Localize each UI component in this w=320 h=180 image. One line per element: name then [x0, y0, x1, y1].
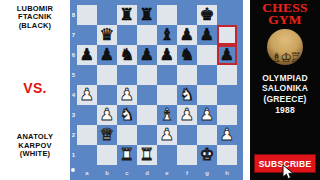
square-g3[interactable]: ♟: [197, 105, 217, 125]
piece-black-pawn: ♟: [200, 25, 215, 45]
event-line2: SALONIKA: [262, 83, 308, 94]
rank-label-7: 7: [70, 25, 77, 45]
square-b4[interactable]: [97, 85, 117, 105]
file-label-g: g: [197, 165, 217, 180]
channel-panel: CHESS GYM ♗♔♖ OLYMPIAD SALONIKA (GREECE)…: [250, 0, 320, 180]
file-label-b: b: [97, 165, 117, 180]
file-labels: abcdefgh: [77, 165, 237, 180]
square-b1[interactable]: [97, 145, 117, 165]
square-h6[interactable]: ♟: [217, 45, 237, 65]
piece-white-pawn: ♟: [200, 105, 215, 125]
square-c4[interactable]: ♟: [117, 85, 137, 105]
square-c2[interactable]: [117, 125, 137, 145]
square-h1[interactable]: [217, 145, 237, 165]
square-f2[interactable]: [177, 125, 197, 145]
black-player-name: LUBOMIR FTACNIK (BLACK): [17, 5, 53, 30]
rank-label-6: 6: [70, 45, 77, 65]
square-a8[interactable]: [77, 5, 97, 25]
square-a3[interactable]: [77, 105, 97, 125]
piece-white-rook: ♜: [120, 145, 135, 165]
square-e5[interactable]: [157, 65, 177, 85]
square-d5[interactable]: [137, 65, 157, 85]
file-label-c: c: [117, 165, 137, 180]
square-g4[interactable]: [197, 85, 217, 105]
thumbnail: LUBOMIR FTACNIK (BLACK) VS. ANATOLY KARP…: [0, 0, 320, 180]
square-e2[interactable]: ♟: [157, 125, 177, 145]
square-d8[interactable]: ♜: [137, 5, 157, 25]
square-b3[interactable]: ♟: [97, 105, 117, 125]
channel-brand: CHESS GYM: [262, 2, 307, 26]
square-d3[interactable]: [137, 105, 157, 125]
piece-white-bishop: ♝: [160, 105, 175, 125]
piece-white-rook: ♜: [140, 145, 155, 165]
piece-white-pawn: ♟: [100, 105, 115, 125]
square-c3[interactable]: ♞: [117, 105, 137, 125]
event-info: OLYMPIAD SALONIKA (GREECE) 1988: [262, 73, 308, 116]
piece-black-knight: ♞: [120, 45, 135, 65]
turn-indicator-dot: [71, 168, 75, 172]
piece-white-pawn: ♟: [120, 85, 135, 105]
rank-label-1: 1: [70, 145, 77, 165]
piece-black-knight: ♞: [180, 45, 195, 65]
square-b5[interactable]: [97, 65, 117, 85]
square-a4[interactable]: ♟: [77, 85, 97, 105]
piece-white-pawn: ♟: [180, 105, 195, 125]
piece-black-pawn: ♟: [140, 45, 155, 65]
rank-label-8: 8: [70, 5, 77, 25]
piece-white-knight: ♞: [180, 85, 195, 105]
square-f8[interactable]: [177, 5, 197, 25]
square-h5[interactable]: [217, 65, 237, 85]
square-c1[interactable]: ♜: [117, 145, 137, 165]
square-c8[interactable]: ♜: [117, 5, 137, 25]
logo-pieces-icon: ♗♔♖: [271, 50, 300, 65]
brand-line2: GYM: [262, 14, 307, 26]
file-label-h: h: [217, 165, 237, 180]
square-f3[interactable]: ♟: [177, 105, 197, 125]
square-d6[interactable]: ♟: [137, 45, 157, 65]
rank-label-4: 4: [70, 85, 77, 105]
chess-board: 87654321 ♜♜♚♛♝♟♟♟♟♞♟♟♞♟♟♟♞♟♞♝♟♟♛♟♟♜♜♚ ab…: [70, 0, 243, 180]
file-label-a: a: [77, 165, 97, 180]
square-h7[interactable]: [217, 25, 237, 45]
piece-black-pawn: ♟: [220, 45, 235, 65]
square-a5[interactable]: [77, 65, 97, 85]
square-e4[interactable]: [157, 85, 177, 105]
square-f1[interactable]: [177, 145, 197, 165]
piece-white-knight: ♞: [120, 105, 135, 125]
white-player-line3: (WHITE): [17, 150, 53, 158]
file-label-e: e: [157, 165, 177, 180]
rank-label-3: 3: [70, 105, 77, 125]
square-h2[interactable]: ♟: [217, 125, 237, 145]
square-b2[interactable]: ♛: [97, 125, 117, 145]
square-f7[interactable]: ♟: [177, 25, 197, 45]
piece-black-rook: ♜: [140, 5, 155, 25]
vs-label: VS.: [23, 80, 46, 96]
square-h8[interactable]: [217, 5, 237, 25]
square-d4[interactable]: [137, 85, 157, 105]
event-line1: OLYMPIAD: [262, 73, 308, 84]
square-g6[interactable]: [197, 45, 217, 65]
square-f4[interactable]: ♞: [177, 85, 197, 105]
players-panel: LUBOMIR FTACNIK (BLACK) VS. ANATOLY KARP…: [0, 0, 70, 180]
file-label-d: d: [137, 165, 157, 180]
square-g8[interactable]: ♚: [197, 5, 217, 25]
square-c5[interactable]: [117, 65, 137, 85]
square-g1[interactable]: ♚: [197, 145, 217, 165]
square-e1[interactable]: [157, 145, 177, 165]
square-c7[interactable]: [117, 25, 137, 45]
piece-black-pawn: ♟: [180, 25, 195, 45]
event-line4: 1988: [262, 105, 308, 116]
square-e7[interactable]: ♝: [157, 25, 177, 45]
piece-white-queen: ♛: [100, 125, 115, 145]
square-c6[interactable]: ♞: [117, 45, 137, 65]
square-e6[interactable]: ♟: [157, 45, 177, 65]
square-d2[interactable]: [137, 125, 157, 145]
piece-white-pawn: ♟: [160, 125, 175, 145]
black-player-line3: (BLACK): [17, 22, 53, 30]
piece-black-rook: ♜: [120, 5, 135, 25]
rank-labels: 87654321: [70, 5, 77, 165]
piece-black-bishop: ♝: [160, 25, 175, 45]
rank-label-2: 2: [70, 125, 77, 145]
piece-black-pawn: ♟: [160, 45, 175, 65]
square-a6[interactable]: ♟: [77, 45, 97, 65]
chess-gym-logo: ♗♔♖: [267, 29, 303, 65]
white-player-name: ANATOLY KARPOV (WHITE): [17, 133, 53, 158]
square-g7[interactable]: ♟: [197, 25, 217, 45]
square-b8[interactable]: [97, 5, 117, 25]
square-g2[interactable]: [197, 125, 217, 145]
square-e3[interactable]: ♝: [157, 105, 177, 125]
rank-label-5: 5: [70, 65, 77, 85]
square-b6[interactable]: ♟: [97, 45, 117, 65]
piece-white-king: ♚: [200, 145, 215, 165]
square-f6[interactable]: ♞: [177, 45, 197, 65]
panel-divider: [243, 0, 250, 180]
square-d7[interactable]: [137, 25, 157, 45]
piece-white-pawn: ♟: [80, 85, 95, 105]
square-d1[interactable]: ♜: [137, 145, 157, 165]
piece-black-king: ♚: [200, 5, 215, 25]
piece-white-pawn: ♟: [220, 125, 235, 145]
event-line3: (GREECE): [262, 94, 308, 105]
square-f5[interactable]: [177, 65, 197, 85]
square-b7[interactable]: ♛: [97, 25, 117, 45]
file-label-f: f: [177, 165, 197, 180]
square-a7[interactable]: [77, 25, 97, 45]
square-h3[interactable]: [217, 105, 237, 125]
board-squares: ♜♜♚♛♝♟♟♟♟♞♟♟♞♟♟♟♞♟♞♝♟♟♛♟♟♜♜♚: [77, 5, 237, 165]
piece-black-pawn: ♟: [100, 45, 115, 65]
square-a1[interactable]: [77, 145, 97, 165]
piece-black-queen: ♛: [100, 25, 115, 45]
square-a2[interactable]: [77, 125, 97, 145]
piece-black-pawn: ♟: [80, 45, 95, 65]
square-h4[interactable]: [217, 85, 237, 105]
square-e8[interactable]: [157, 5, 177, 25]
subscribe-button[interactable]: SUBSCRIBE: [254, 154, 316, 173]
square-g5[interactable]: [197, 65, 217, 85]
